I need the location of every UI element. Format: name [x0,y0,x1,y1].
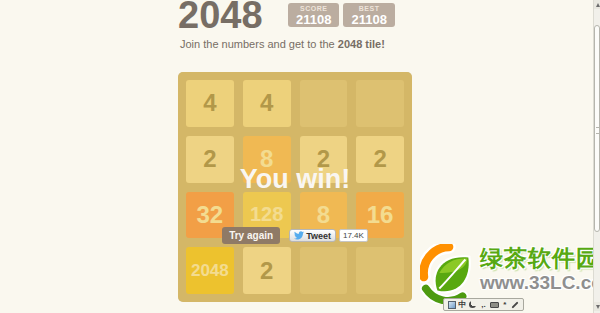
subtitle-text: Join the numbers and get to the [180,38,338,50]
overlay-buttons: Try again Tweet 17.4K [178,227,412,244]
win-message: You win! [178,164,412,195]
vertical-scrollbar[interactable] [593,0,600,313]
page: 2048 SCORE 21108 BEST 21108 Join the num… [0,0,600,313]
ime-chinese-mode-icon[interactable]: 中 [458,300,467,309]
tweet-widget: Tweet 17.4K [289,229,368,242]
best-value: 21108 [351,13,386,26]
site-logo-icon [420,244,478,304]
win-overlay: You win! Try again Tweet 17.4K [178,72,412,302]
score-area: SCORE 21108 BEST 21108 [288,3,395,27]
ime-wrench-icon[interactable] [511,300,520,309]
best-box: BEST 21108 [343,3,394,27]
subtitle-goal: 2048 tile! [338,38,385,50]
try-again-button[interactable]: Try again [222,227,280,244]
game-board: 4428223212881620482 You win! Try again T… [178,72,412,302]
scroll-thumb[interactable] [594,25,600,232]
ime-full-half-width-icon[interactable] [468,300,477,309]
page-title: 2048 [178,0,263,37]
watermark-text: 绿茶软件园 www.33LC.com [480,244,600,293]
twitter-bird-icon [294,231,304,240]
ime-options-icon[interactable]: * [500,300,509,309]
site-name: 绿茶软件园 [480,244,600,272]
site-url: www.33LC.com [480,272,600,293]
ime-punctuation-icon[interactable]: ,. [479,300,488,309]
score-value: 21108 [296,13,331,26]
ime-toolbar[interactable]: 中 ,. * [443,298,524,311]
tweet-button[interactable]: Tweet [289,229,336,242]
scroll-up-arrow[interactable] [594,0,600,9]
ime-soft-keyboard-icon[interactable] [490,300,499,309]
scroll-down-arrow[interactable] [594,302,600,311]
ime-logo-icon[interactable] [447,300,456,309]
score-box: SCORE 21108 [288,3,339,27]
subtitle: Join the numbers and get to the 2048 til… [180,38,420,50]
tweet-count: 17.4K [339,229,368,242]
tweet-label: Tweet [306,231,331,241]
watermark: 绿茶软件园 www.33LC.com [420,244,600,304]
